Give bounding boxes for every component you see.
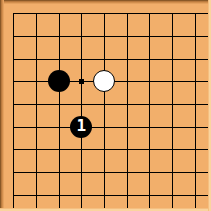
board-edge-right [208, 0, 211, 211]
move-number-label: 1 [76, 118, 86, 135]
board-edge-bottom [0, 208, 211, 211]
black-stone-d14: 1 [70, 116, 92, 138]
board-edge-top [0, 0, 211, 4]
board-edge-left [0, 0, 4, 211]
hoshi-marker-d16 [79, 79, 84, 84]
black-stone-c16 [48, 70, 70, 92]
go-board-diagram: 1 [0, 0, 211, 211]
intersections-grid: 1 [2, 2, 206, 206]
white-stone-e16 [93, 70, 115, 92]
